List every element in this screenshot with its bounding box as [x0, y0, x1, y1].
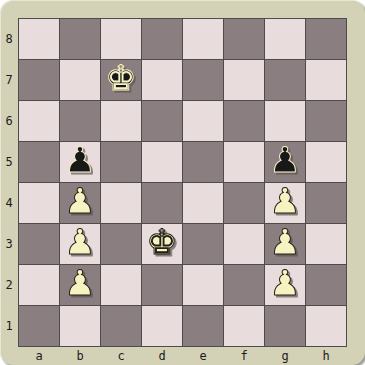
- square-f4[interactable]: [224, 183, 264, 223]
- square-e6[interactable]: [183, 101, 223, 141]
- square-h5[interactable]: [306, 142, 346, 182]
- square-g6[interactable]: [265, 101, 305, 141]
- square-b5[interactable]: ♟: [60, 142, 100, 182]
- file-label-c: c: [101, 347, 141, 365]
- square-f1[interactable]: [224, 306, 264, 346]
- rank-label-8: 8: [0, 19, 18, 59]
- piece-white-pawn[interactable]: ♟: [64, 222, 95, 262]
- square-h6[interactable]: [306, 101, 346, 141]
- square-f7[interactable]: [224, 60, 264, 100]
- square-b7[interactable]: [60, 60, 100, 100]
- piece-white-pawn[interactable]: ♟: [269, 181, 300, 221]
- square-h8[interactable]: [306, 19, 346, 59]
- piece-white-pawn[interactable]: ♟: [269, 222, 300, 262]
- file-label-b: b: [60, 347, 100, 365]
- rank-label-1: 1: [0, 306, 18, 346]
- square-b4[interactable]: ♟: [60, 183, 100, 223]
- rank-labels: 87654321: [0, 19, 18, 346]
- square-g1[interactable]: [265, 306, 305, 346]
- square-f8[interactable]: [224, 19, 264, 59]
- square-a6[interactable]: [19, 101, 59, 141]
- rank-label-5: 5: [0, 142, 18, 182]
- rank-label-4: 4: [0, 183, 18, 223]
- square-a4[interactable]: [19, 183, 59, 223]
- square-d8[interactable]: [142, 19, 182, 59]
- square-c5[interactable]: [101, 142, 141, 182]
- square-g5[interactable]: ♟: [265, 142, 305, 182]
- square-d1[interactable]: [142, 306, 182, 346]
- piece-black-pawn[interactable]: ♟: [269, 140, 300, 180]
- square-g3[interactable]: ♟: [265, 224, 305, 264]
- piece-black-king[interactable]: ♚: [105, 58, 136, 98]
- square-g8[interactable]: [265, 19, 305, 59]
- square-d7[interactable]: [142, 60, 182, 100]
- square-a7[interactable]: [19, 60, 59, 100]
- square-c7[interactable]: ♚: [101, 60, 141, 100]
- square-d2[interactable]: [142, 265, 182, 305]
- file-label-a: a: [19, 347, 59, 365]
- piece-black-pawn[interactable]: ♟: [64, 140, 95, 180]
- square-b1[interactable]: [60, 306, 100, 346]
- square-e3[interactable]: [183, 224, 223, 264]
- square-a2[interactable]: [19, 265, 59, 305]
- piece-white-pawn[interactable]: ♟: [269, 263, 300, 303]
- square-h3[interactable]: [306, 224, 346, 264]
- rank-label-6: 6: [0, 101, 18, 141]
- square-d5[interactable]: [142, 142, 182, 182]
- square-f5[interactable]: [224, 142, 264, 182]
- square-d3[interactable]: ♚: [142, 224, 182, 264]
- square-e2[interactable]: [183, 265, 223, 305]
- chess-board-panel: 87654321 abcdefgh ♚♟♟♟♟♟♚♟♟♟: [0, 0, 365, 365]
- file-label-e: e: [183, 347, 223, 365]
- square-c2[interactable]: [101, 265, 141, 305]
- square-b3[interactable]: ♟: [60, 224, 100, 264]
- piece-white-king[interactable]: ♚: [146, 222, 177, 262]
- square-f2[interactable]: [224, 265, 264, 305]
- square-a5[interactable]: [19, 142, 59, 182]
- piece-white-pawn[interactable]: ♟: [64, 263, 95, 303]
- square-h2[interactable]: [306, 265, 346, 305]
- square-h4[interactable]: [306, 183, 346, 223]
- square-e5[interactable]: [183, 142, 223, 182]
- square-e7[interactable]: [183, 60, 223, 100]
- square-f3[interactable]: [224, 224, 264, 264]
- square-e4[interactable]: [183, 183, 223, 223]
- file-label-h: h: [306, 347, 346, 365]
- rank-label-2: 2: [0, 265, 18, 305]
- rank-label-7: 7: [0, 60, 18, 100]
- square-e1[interactable]: [183, 306, 223, 346]
- square-g2[interactable]: ♟: [265, 265, 305, 305]
- square-c3[interactable]: [101, 224, 141, 264]
- square-a8[interactable]: [19, 19, 59, 59]
- square-a1[interactable]: [19, 306, 59, 346]
- piece-white-pawn[interactable]: ♟: [64, 181, 95, 221]
- square-e8[interactable]: [183, 19, 223, 59]
- square-h1[interactable]: [306, 306, 346, 346]
- square-c8[interactable]: [101, 19, 141, 59]
- square-d6[interactable]: [142, 101, 182, 141]
- square-h7[interactable]: [306, 60, 346, 100]
- square-g7[interactable]: [265, 60, 305, 100]
- square-f6[interactable]: [224, 101, 264, 141]
- file-label-f: f: [224, 347, 264, 365]
- square-c6[interactable]: [101, 101, 141, 141]
- rank-label-3: 3: [0, 224, 18, 264]
- square-b6[interactable]: [60, 101, 100, 141]
- file-label-g: g: [265, 347, 305, 365]
- square-b2[interactable]: ♟: [60, 265, 100, 305]
- square-a3[interactable]: [19, 224, 59, 264]
- square-c1[interactable]: [101, 306, 141, 346]
- square-b8[interactable]: [60, 19, 100, 59]
- file-label-d: d: [142, 347, 182, 365]
- square-g4[interactable]: ♟: [265, 183, 305, 223]
- file-labels: abcdefgh: [19, 347, 346, 365]
- chess-board: ♚♟♟♟♟♟♚♟♟♟: [18, 18, 347, 347]
- square-c4[interactable]: [101, 183, 141, 223]
- square-d4[interactable]: [142, 183, 182, 223]
